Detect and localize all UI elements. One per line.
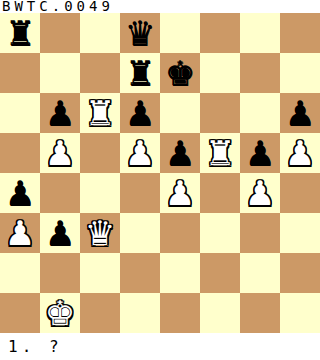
square-e4[interactable]: ♟ (160, 173, 200, 213)
square-a4[interactable]: ♟ (0, 173, 40, 213)
square-g7[interactable] (240, 53, 280, 93)
black-pawn: ♟ (45, 213, 75, 253)
chess-puzzle-screen: BWTC.0049 ♜♛♜♚♟♜♟♟♟♟♟♜♟♟♟♟♟♟♟♛♚ 1. ? (0, 0, 320, 360)
square-a8[interactable]: ♜ (0, 13, 40, 53)
square-d8[interactable]: ♛ (120, 13, 160, 53)
square-g1[interactable] (240, 293, 280, 333)
white-pawn: ♟ (5, 213, 35, 253)
white-pawn: ♟ (165, 173, 195, 213)
square-d7[interactable]: ♜ (120, 53, 160, 93)
black-pawn: ♟ (245, 133, 275, 173)
move-prompt-label: 1. ? (8, 333, 63, 360)
black-queen: ♛ (125, 13, 155, 53)
square-e3[interactable] (160, 213, 200, 253)
black-pawn: ♟ (285, 93, 315, 133)
black-pawn: ♟ (5, 173, 35, 213)
square-d5[interactable]: ♟ (120, 133, 160, 173)
white-queen: ♛ (85, 213, 115, 253)
square-h7[interactable] (280, 53, 320, 93)
square-e2[interactable] (160, 253, 200, 293)
black-pawn: ♟ (125, 93, 155, 133)
white-rook: ♜ (85, 93, 115, 133)
black-pawn: ♟ (165, 133, 195, 173)
square-c7[interactable] (80, 53, 120, 93)
black-king: ♚ (165, 53, 195, 93)
puzzle-id-label: BWTC.0049 (2, 0, 114, 13)
black-rook: ♜ (5, 13, 35, 53)
square-g3[interactable] (240, 213, 280, 253)
square-c6[interactable]: ♜ (80, 93, 120, 133)
square-h5[interactable]: ♟ (280, 133, 320, 173)
square-a3[interactable]: ♟ (0, 213, 40, 253)
square-b8[interactable] (40, 13, 80, 53)
white-king: ♚ (45, 293, 75, 333)
square-e8[interactable] (160, 13, 200, 53)
white-pawn: ♟ (45, 133, 75, 173)
square-h6[interactable]: ♟ (280, 93, 320, 133)
square-f7[interactable] (200, 53, 240, 93)
square-g6[interactable] (240, 93, 280, 133)
black-pawn: ♟ (45, 93, 75, 133)
square-c3[interactable]: ♛ (80, 213, 120, 253)
square-c5[interactable] (80, 133, 120, 173)
square-h4[interactable] (280, 173, 320, 213)
square-f5[interactable]: ♜ (200, 133, 240, 173)
square-g8[interactable] (240, 13, 280, 53)
square-f2[interactable] (200, 253, 240, 293)
square-h3[interactable] (280, 213, 320, 253)
square-d4[interactable] (120, 173, 160, 213)
chess-board: ♜♛♜♚♟♜♟♟♟♟♟♜♟♟♟♟♟♟♟♛♚ (0, 13, 320, 333)
square-f3[interactable] (200, 213, 240, 253)
white-pawn: ♟ (285, 133, 315, 173)
square-e1[interactable] (160, 293, 200, 333)
square-h2[interactable] (280, 253, 320, 293)
square-c1[interactable] (80, 293, 120, 333)
square-f4[interactable] (200, 173, 240, 213)
square-f6[interactable] (200, 93, 240, 133)
square-f8[interactable] (200, 13, 240, 53)
square-d2[interactable] (120, 253, 160, 293)
square-e7[interactable]: ♚ (160, 53, 200, 93)
square-e5[interactable]: ♟ (160, 133, 200, 173)
square-b2[interactable] (40, 253, 80, 293)
square-c8[interactable] (80, 13, 120, 53)
square-g2[interactable] (240, 253, 280, 293)
white-pawn: ♟ (125, 133, 155, 173)
square-c4[interactable] (80, 173, 120, 213)
square-d6[interactable]: ♟ (120, 93, 160, 133)
square-a6[interactable] (0, 93, 40, 133)
square-b4[interactable] (40, 173, 80, 213)
square-b1[interactable]: ♚ (40, 293, 80, 333)
square-b7[interactable] (40, 53, 80, 93)
square-a1[interactable] (0, 293, 40, 333)
square-d3[interactable] (120, 213, 160, 253)
square-b5[interactable]: ♟ (40, 133, 80, 173)
square-a2[interactable] (0, 253, 40, 293)
square-g5[interactable]: ♟ (240, 133, 280, 173)
square-d1[interactable] (120, 293, 160, 333)
square-e6[interactable] (160, 93, 200, 133)
square-g4[interactable]: ♟ (240, 173, 280, 213)
white-rook: ♜ (205, 133, 235, 173)
square-a5[interactable] (0, 133, 40, 173)
square-a7[interactable] (0, 53, 40, 93)
square-h1[interactable] (280, 293, 320, 333)
square-h8[interactable] (280, 13, 320, 53)
square-b6[interactable]: ♟ (40, 93, 80, 133)
white-pawn: ♟ (245, 173, 275, 213)
square-f1[interactable] (200, 293, 240, 333)
square-b3[interactable]: ♟ (40, 213, 80, 253)
black-rook: ♜ (125, 53, 155, 93)
square-c2[interactable] (80, 253, 120, 293)
